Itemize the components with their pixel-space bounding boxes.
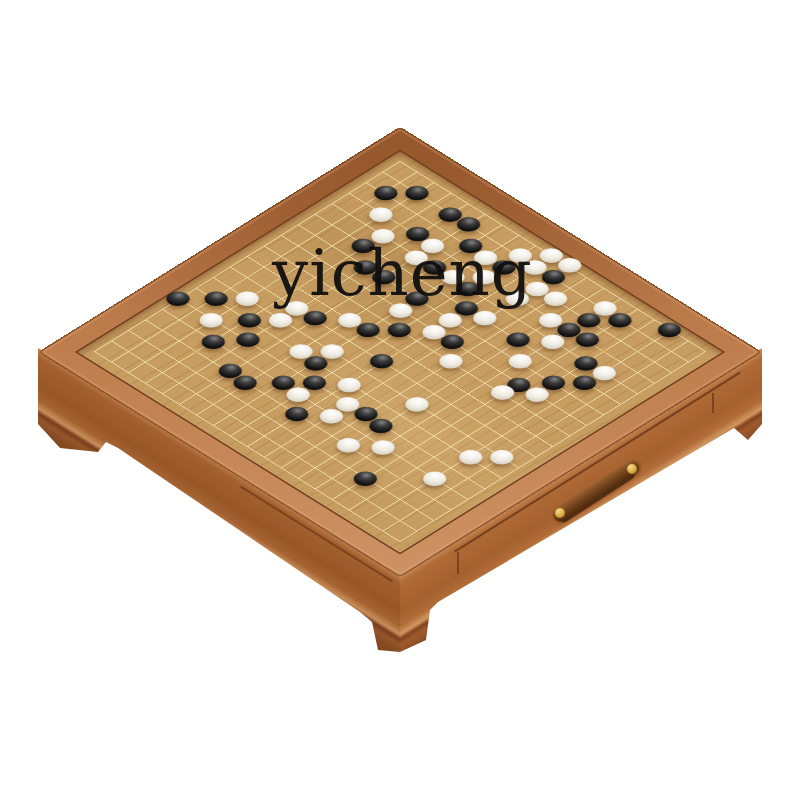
white-stone [332,435,365,455]
white-stone [365,205,398,225]
black-stone [232,330,265,350]
white-stone [486,447,519,467]
black-stone [349,469,382,489]
hoshi-point [396,349,403,353]
hoshi-point [193,349,200,353]
product-photo: yicheng [0,0,800,800]
hoshi-point [396,476,403,480]
white-stone [231,289,264,309]
black-stone [197,332,230,352]
white-stone [367,437,400,457]
white-stone [504,351,537,371]
white-stone [333,375,366,395]
white-stone [454,447,487,467]
white-stone [401,394,434,414]
black-stone [383,320,416,340]
handle-rivet-icon [627,464,637,474]
black-stone [653,320,686,340]
handle-rivet-icon [555,508,565,518]
black-stone [233,310,266,330]
go-board-surface [75,150,726,555]
black-stone [200,289,233,309]
black-stone [502,330,535,350]
hoshi-point [498,413,505,417]
white-stone [195,310,228,330]
black-stone [370,183,403,203]
white-stone [418,469,451,489]
black-stone [401,183,434,203]
drawer-edge-seam [457,552,459,574]
black-stone [280,404,313,424]
hoshi-point [396,223,403,227]
drawer-edge-seam [712,393,714,413]
watermark-text: yicheng [272,238,533,308]
go-board-top-face [38,127,762,578]
black-stone [162,289,195,309]
white-stone [435,351,468,371]
black-stone [365,351,398,371]
hoshi-point [600,349,607,353]
